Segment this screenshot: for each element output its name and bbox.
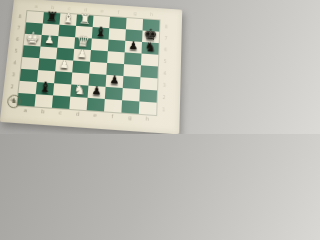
coord-label-6: 6 xyxy=(13,33,22,45)
white-pawn-d5[interactable]: ♟ xyxy=(77,48,88,59)
coord-label-2: 2 xyxy=(160,91,168,104)
coord-label-g: g xyxy=(127,10,144,17)
coord-label-7: 7 xyxy=(162,32,170,44)
square-c2[interactable] xyxy=(53,83,71,96)
square-h1[interactable] xyxy=(139,101,157,115)
coord-label-a: a xyxy=(16,106,34,113)
coord-label-3: 3 xyxy=(9,68,18,81)
brand-logo: ♞ xyxy=(7,94,22,108)
coord-label-g: g xyxy=(121,114,139,121)
white-pawn-b6[interactable]: ♟ xyxy=(44,34,55,45)
coord-label-c: c xyxy=(51,109,69,116)
coord-label-e: e xyxy=(86,111,104,118)
black-bishop-e7[interactable]: ♝ xyxy=(94,25,107,39)
coord-label-3: 3 xyxy=(160,79,168,92)
coord-label-1: 1 xyxy=(159,103,168,116)
white-knight-d2[interactable]: ♞ xyxy=(73,83,86,97)
coord-label-8: 8 xyxy=(15,10,24,22)
coord-label-h: h xyxy=(143,11,160,18)
black-rook-b8[interactable]: ♜ xyxy=(45,10,58,24)
square-e1[interactable] xyxy=(87,98,105,112)
black-knight-h6[interactable]: ♞ xyxy=(144,40,156,53)
square-c1[interactable] xyxy=(52,95,70,109)
coord-label-e: e xyxy=(94,7,111,14)
coord-label-5: 5 xyxy=(11,45,20,57)
board-area: ♜♝♜♝♚♚♟♛♟♞♟♟♟♝♞♟ xyxy=(17,11,159,115)
coord-label-a: a xyxy=(28,3,45,10)
white-rook-d8[interactable]: ♜ xyxy=(78,12,91,26)
black-pawn-g6[interactable]: ♟ xyxy=(128,40,138,51)
coord-label-d: d xyxy=(69,110,87,117)
square-d1[interactable] xyxy=(69,97,87,111)
coord-label-7: 7 xyxy=(14,22,23,34)
coord-label-2: 2 xyxy=(7,80,16,93)
coord-label-4: 4 xyxy=(10,56,19,68)
coord-label-f: f xyxy=(110,8,127,15)
coord-label-5: 5 xyxy=(161,55,169,67)
coord-label-h: h xyxy=(138,115,156,122)
square-b1[interactable] xyxy=(35,94,53,108)
coord-label-f: f xyxy=(104,112,122,119)
rank-labels-right: 87654321 xyxy=(159,21,170,116)
coord-label-4: 4 xyxy=(160,67,168,79)
coord-label-6: 6 xyxy=(161,43,169,55)
photo-background: abcdefgh abcdefgh 87654321 87654321 ♜♝♜♝… xyxy=(0,0,200,134)
vinyl-chess-mat: abcdefgh abcdefgh 87654321 87654321 ♜♝♜♝… xyxy=(0,0,182,134)
white-bishop-c8[interactable]: ♝ xyxy=(62,11,75,25)
coord-label-8: 8 xyxy=(162,21,170,33)
black-bishop-b2[interactable]: ♝ xyxy=(38,80,52,95)
square-h2[interactable] xyxy=(139,89,157,102)
square-g1[interactable] xyxy=(121,100,139,114)
black-pawn-e2[interactable]: ♟ xyxy=(91,85,102,97)
knight-logo-icon: ♞ xyxy=(10,98,17,106)
white-king-a6[interactable]: ♚ xyxy=(25,30,41,46)
black-pawn-f3[interactable]: ♟ xyxy=(109,74,120,86)
white-pawn-c4[interactable]: ♟ xyxy=(59,59,70,71)
coord-label-b: b xyxy=(34,108,52,115)
square-f1[interactable] xyxy=(104,99,122,113)
